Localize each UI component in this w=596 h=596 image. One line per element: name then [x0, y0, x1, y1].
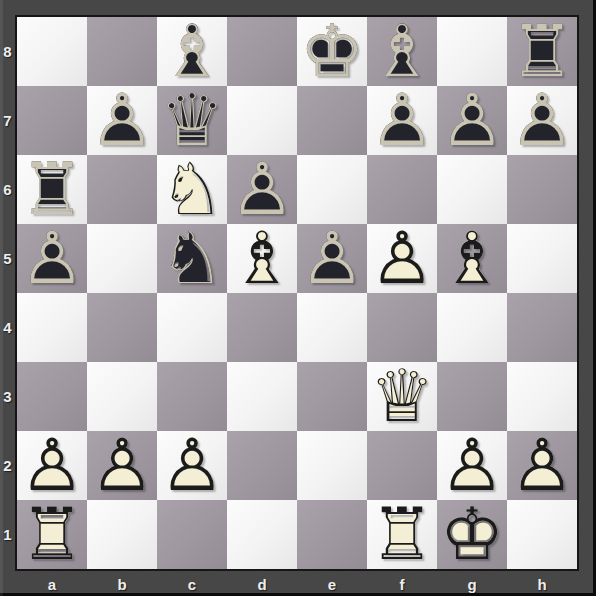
- piece-body: ♞: [157, 224, 227, 293]
- square-h6[interactable]: [507, 155, 577, 224]
- square-a6[interactable]: ♜♖: [17, 155, 87, 224]
- square-h5[interactable]: [507, 224, 577, 293]
- piece-body: ♝: [437, 224, 507, 293]
- piece-outline: ♙: [87, 86, 157, 155]
- piece-outline: ♙: [87, 431, 157, 500]
- black-pawn-b7[interactable]: ♟♙: [87, 86, 157, 155]
- square-c8[interactable]: ♝♗: [157, 17, 227, 86]
- black-pawn-g7[interactable]: ♟♙: [437, 86, 507, 155]
- square-d3[interactable]: [227, 362, 297, 431]
- piece-body: ♟: [507, 86, 577, 155]
- rank-label-8: 8: [0, 17, 15, 86]
- square-g8[interactable]: [437, 17, 507, 86]
- square-b8[interactable]: [87, 17, 157, 86]
- square-b3[interactable]: [87, 362, 157, 431]
- square-g4[interactable]: [437, 293, 507, 362]
- white-knight-c6[interactable]: ♞♘: [157, 155, 227, 224]
- piece-body: ♝: [227, 224, 297, 293]
- piece-outline: ♖: [367, 500, 437, 569]
- piece-outline: ♘: [157, 224, 227, 293]
- square-c2[interactable]: ♟♙: [157, 431, 227, 500]
- square-g2[interactable]: ♟♙: [437, 431, 507, 500]
- square-e1[interactable]: [297, 500, 367, 569]
- file-coordinates: a b c d e f g h: [17, 571, 577, 596]
- white-bishop-d5[interactable]: ♝♗: [227, 224, 297, 293]
- piece-body: ♜: [507, 17, 577, 86]
- square-g7[interactable]: ♟♙: [437, 86, 507, 155]
- square-f6[interactable]: [367, 155, 437, 224]
- square-d2[interactable]: [227, 431, 297, 500]
- piece-outline: ♙: [17, 431, 87, 500]
- piece-outline: ♙: [367, 86, 437, 155]
- black-bishop-f8[interactable]: ♝♗: [367, 17, 437, 86]
- square-b5[interactable]: [87, 224, 157, 293]
- black-king-e8[interactable]: ♚♔: [297, 17, 367, 86]
- square-f4[interactable]: [367, 293, 437, 362]
- square-a3[interactable]: [17, 362, 87, 431]
- piece-body: ♛: [157, 86, 227, 155]
- square-a7[interactable]: [17, 86, 87, 155]
- piece-outline: ♔: [297, 17, 367, 86]
- square-c4[interactable]: [157, 293, 227, 362]
- square-e7[interactable]: [297, 86, 367, 155]
- square-b7[interactable]: ♟♙: [87, 86, 157, 155]
- rank-label-3: 3: [0, 362, 15, 431]
- piece-body: ♟: [437, 86, 507, 155]
- square-a1[interactable]: ♜♖: [17, 500, 87, 569]
- rank-label-1: 1: [0, 500, 15, 569]
- piece-body: ♚: [297, 17, 367, 86]
- white-pawn-a2[interactable]: ♟♙: [17, 431, 87, 500]
- square-f2[interactable]: [367, 431, 437, 500]
- black-bishop-c8[interactable]: ♝♗: [157, 17, 227, 86]
- square-f1[interactable]: ♜♖: [367, 500, 437, 569]
- white-pawn-h2[interactable]: ♟♙: [507, 431, 577, 500]
- file-label-e: e: [297, 571, 367, 596]
- square-b6[interactable]: [87, 155, 157, 224]
- square-b1[interactable]: [87, 500, 157, 569]
- black-queen-c7[interactable]: ♛♕: [157, 86, 227, 155]
- square-d6[interactable]: ♟♙: [227, 155, 297, 224]
- piece-body: ♟: [87, 431, 157, 500]
- file-label-b: b: [87, 571, 157, 596]
- white-queen-f3[interactable]: ♛♕: [367, 362, 437, 431]
- white-rook-f1[interactable]: ♜♖: [367, 500, 437, 569]
- square-e8[interactable]: ♚♔: [297, 17, 367, 86]
- rank-label-4: 4: [0, 293, 15, 362]
- piece-outline: ♙: [367, 224, 437, 293]
- piece-outline: ♖: [17, 500, 87, 569]
- piece-body: ♟: [157, 431, 227, 500]
- square-d8[interactable]: [227, 17, 297, 86]
- piece-outline: ♗: [227, 224, 297, 293]
- piece-outline: ♕: [367, 362, 437, 431]
- piece-outline: ♙: [157, 431, 227, 500]
- white-pawn-c2[interactable]: ♟♙: [157, 431, 227, 500]
- piece-body: ♟: [507, 431, 577, 500]
- square-c6[interactable]: ♞♘: [157, 155, 227, 224]
- square-d4[interactable]: [227, 293, 297, 362]
- square-c7[interactable]: ♛♕: [157, 86, 227, 155]
- square-g5[interactable]: ♝♗: [437, 224, 507, 293]
- square-h4[interactable]: [507, 293, 577, 362]
- piece-outline: ♙: [507, 431, 577, 500]
- rank-label-6: 6: [0, 155, 15, 224]
- square-h8[interactable]: ♜♖: [507, 17, 577, 86]
- white-pawn-g2[interactable]: ♟♙: [437, 431, 507, 500]
- black-knight-c5[interactable]: ♞♘: [157, 224, 227, 293]
- piece-body: ♟: [17, 224, 87, 293]
- square-e6[interactable]: [297, 155, 367, 224]
- piece-body: ♟: [297, 224, 367, 293]
- piece-outline: ♙: [507, 86, 577, 155]
- piece-body: ♝: [367, 17, 437, 86]
- rank-coordinates: 8 7 6 5 4 3 2 1: [0, 17, 15, 569]
- square-e2[interactable]: [297, 431, 367, 500]
- black-pawn-d6[interactable]: ♟♙: [227, 155, 297, 224]
- black-rook-h8[interactable]: ♜♖: [507, 17, 577, 86]
- white-pawn-f5[interactable]: ♟♙: [367, 224, 437, 293]
- square-a8[interactable]: [17, 17, 87, 86]
- white-rook-a1[interactable]: ♜♖: [17, 500, 87, 569]
- black-pawn-h7[interactable]: ♟♙: [507, 86, 577, 155]
- file-label-g: g: [437, 571, 507, 596]
- piece-body: ♟: [437, 431, 507, 500]
- piece-body: ♜: [367, 500, 437, 569]
- piece-outline: ♗: [437, 224, 507, 293]
- square-h7[interactable]: ♟♙: [507, 86, 577, 155]
- piece-body: ♞: [157, 155, 227, 224]
- square-e5[interactable]: ♟♙: [297, 224, 367, 293]
- piece-body: ♟: [17, 431, 87, 500]
- square-f3[interactable]: ♛♕: [367, 362, 437, 431]
- file-label-a: a: [17, 571, 87, 596]
- black-pawn-e5[interactable]: ♟♙: [297, 224, 367, 293]
- piece-outline: ♗: [157, 17, 227, 86]
- piece-outline: ♘: [157, 155, 227, 224]
- piece-body: ♛: [367, 362, 437, 431]
- square-d7[interactable]: [227, 86, 297, 155]
- piece-outline: ♙: [437, 86, 507, 155]
- piece-body: ♟: [227, 155, 297, 224]
- black-rook-a6[interactable]: ♜♖: [17, 155, 87, 224]
- file-label-h: h: [507, 571, 577, 596]
- square-f8[interactable]: ♝♗: [367, 17, 437, 86]
- piece-body: ♟: [367, 224, 437, 293]
- piece-outline: ♔: [437, 500, 507, 569]
- piece-outline: ♙: [297, 224, 367, 293]
- rank-label-2: 2: [0, 431, 15, 500]
- piece-outline: ♖: [507, 17, 577, 86]
- black-pawn-f7[interactable]: ♟♙: [367, 86, 437, 155]
- white-king-g1[interactable]: ♚♔: [437, 500, 507, 569]
- piece-outline: ♗: [367, 17, 437, 86]
- square-a2[interactable]: ♟♙: [17, 431, 87, 500]
- chessboard: ♝♗♚♔♝♗♜♖♟♙♛♕♟♙♟♙♟♙♜♖♞♘♟♙♟♙♞♘♝♗♟♙♟♙♝♗♛♕♟♙…: [15, 15, 579, 571]
- rank-label-5: 5: [0, 224, 15, 293]
- piece-outline: ♙: [227, 155, 297, 224]
- square-c5[interactable]: ♞♘: [157, 224, 227, 293]
- square-b2[interactable]: ♟♙: [87, 431, 157, 500]
- square-c3[interactable]: [157, 362, 227, 431]
- square-h3[interactable]: [507, 362, 577, 431]
- square-a5[interactable]: ♟♙: [17, 224, 87, 293]
- white-pawn-b2[interactable]: ♟♙: [87, 431, 157, 500]
- piece-body: ♟: [367, 86, 437, 155]
- rank-label-7: 7: [0, 86, 15, 155]
- square-c1[interactable]: [157, 500, 227, 569]
- piece-body: ♜: [17, 500, 87, 569]
- square-d1[interactable]: [227, 500, 297, 569]
- piece-outline: ♙: [437, 431, 507, 500]
- piece-body: ♟: [87, 86, 157, 155]
- black-pawn-a5[interactable]: ♟♙: [17, 224, 87, 293]
- square-e3[interactable]: [297, 362, 367, 431]
- piece-outline: ♙: [17, 224, 87, 293]
- square-f7[interactable]: ♟♙: [367, 86, 437, 155]
- file-label-f: f: [367, 571, 437, 596]
- white-bishop-g5[interactable]: ♝♗: [437, 224, 507, 293]
- square-h1[interactable]: [507, 500, 577, 569]
- piece-outline: ♕: [157, 86, 227, 155]
- piece-outline: ♖: [17, 155, 87, 224]
- square-g6[interactable]: [437, 155, 507, 224]
- piece-body: ♚: [437, 500, 507, 569]
- piece-body: ♜: [17, 155, 87, 224]
- square-g1[interactable]: ♚♔: [437, 500, 507, 569]
- piece-body: ♝: [157, 17, 227, 86]
- square-f5[interactable]: ♟♙: [367, 224, 437, 293]
- square-h2[interactable]: ♟♙: [507, 431, 577, 500]
- file-label-d: d: [227, 571, 297, 596]
- square-e4[interactable]: [297, 293, 367, 362]
- square-d5[interactable]: ♝♗: [227, 224, 297, 293]
- chessboard-frame: ♝♗♚♔♝♗♜♖♟♙♛♕♟♙♟♙♟♙♜♖♞♘♟♙♟♙♞♘♝♗♟♙♟♙♝♗♛♕♟♙…: [0, 0, 596, 596]
- file-label-c: c: [157, 571, 227, 596]
- square-g3[interactable]: [437, 362, 507, 431]
- square-a4[interactable]: [17, 293, 87, 362]
- square-b4[interactable]: [87, 293, 157, 362]
